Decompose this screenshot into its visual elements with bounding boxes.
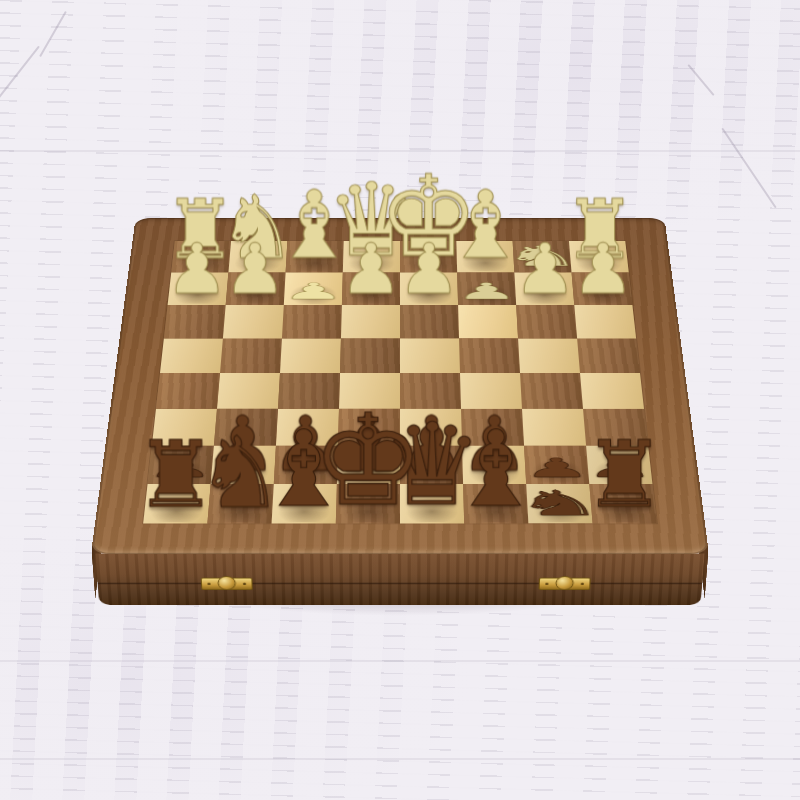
light-pawn[interactable]: ♟ [398,236,460,302]
square-b7[interactable]: ♟ [226,272,286,304]
square-c5[interactable] [280,338,341,373]
board-grid: ♜♞♝♛♚♝♞♜♟♟♟♟♟♟♟♟♟♟♟♟♟♟♟♟♜♞♝♚♛♝♞♜ [143,241,657,524]
light-pawn[interactable]: ♟ [166,236,228,302]
plank-seam [0,660,800,662]
board-right-edge [662,221,709,601]
scratch-mark [687,64,714,96]
square-f7[interactable]: ♟ [457,272,516,304]
dark-bishop[interactable]: ♝ [449,420,543,519]
board-front-edge [95,553,704,604]
square-g6[interactable] [516,305,577,338]
square-e5[interactable] [400,338,460,373]
dark-rook[interactable]: ♜ [583,432,665,519]
dark-knight[interactable]: ♞ [196,426,284,519]
fold-seam [98,582,703,584]
brass-latch-left [200,577,252,589]
square-c6[interactable] [282,305,342,338]
square-f8[interactable]: ♝ [456,241,514,272]
chess-board: ♜♞♝♛♚♝♞♜♟♟♟♟♟♟♟♟♟♟♟♟♟♟♟♟♜♞♝♚♛♝♞♜ [91,218,709,554]
square-d1[interactable]: ♚ [336,484,400,524]
square-d7[interactable]: ♟ [342,272,400,304]
square-g5[interactable] [518,338,580,373]
square-d5[interactable] [340,338,400,373]
light-pawn[interactable]: ♟ [514,236,576,302]
square-g4[interactable] [520,373,583,409]
square-h1[interactable]: ♜ [589,484,657,524]
square-e7[interactable]: ♟ [400,272,458,304]
square-f5[interactable] [459,338,520,373]
square-h4[interactable] [580,373,644,409]
table-surface: ♜♞♝♛♚♝♞♜♟♟♟♟♟♟♟♟♟♟♟♟♟♟♟♟♜♞♝♚♛♝♞♜ [0,0,800,800]
square-f1[interactable]: ♝ [463,484,528,524]
square-b1[interactable]: ♞ [207,484,273,524]
dark-king[interactable]: ♚ [311,400,424,520]
square-b5[interactable] [220,338,282,373]
square-a7[interactable]: ♟ [168,272,229,304]
square-c7[interactable]: ♟ [284,272,343,304]
square-e6[interactable] [400,305,459,338]
square-h7[interactable]: ♟ [572,272,633,304]
scratch-mark [721,128,776,209]
brass-latch-right [539,577,591,589]
square-h6[interactable] [574,305,636,338]
light-pawn[interactable]: ♟ [282,280,345,301]
square-g7[interactable]: ♟ [514,272,574,304]
plank-seam [0,758,800,760]
light-pawn[interactable]: ♟ [224,236,286,302]
light-pawn[interactable]: ♟ [455,280,518,301]
scratch-mark [39,11,67,57]
square-b6[interactable] [223,305,284,338]
light-pawn[interactable]: ♟ [340,236,402,302]
square-a5[interactable] [160,338,223,373]
scratch-mark [0,46,40,109]
square-h5[interactable] [577,338,640,373]
square-a6[interactable] [164,305,226,338]
square-d6[interactable] [341,305,400,338]
light-pawn[interactable]: ♟ [572,236,634,302]
board-left-edge [91,221,138,601]
square-f6[interactable] [458,305,518,338]
chess-board-wrapper: ♜♞♝♛♚♝♞♜♟♟♟♟♟♟♟♟♟♟♟♟♟♟♟♟♜♞♝♚♛♝♞♜ [115,88,685,658]
